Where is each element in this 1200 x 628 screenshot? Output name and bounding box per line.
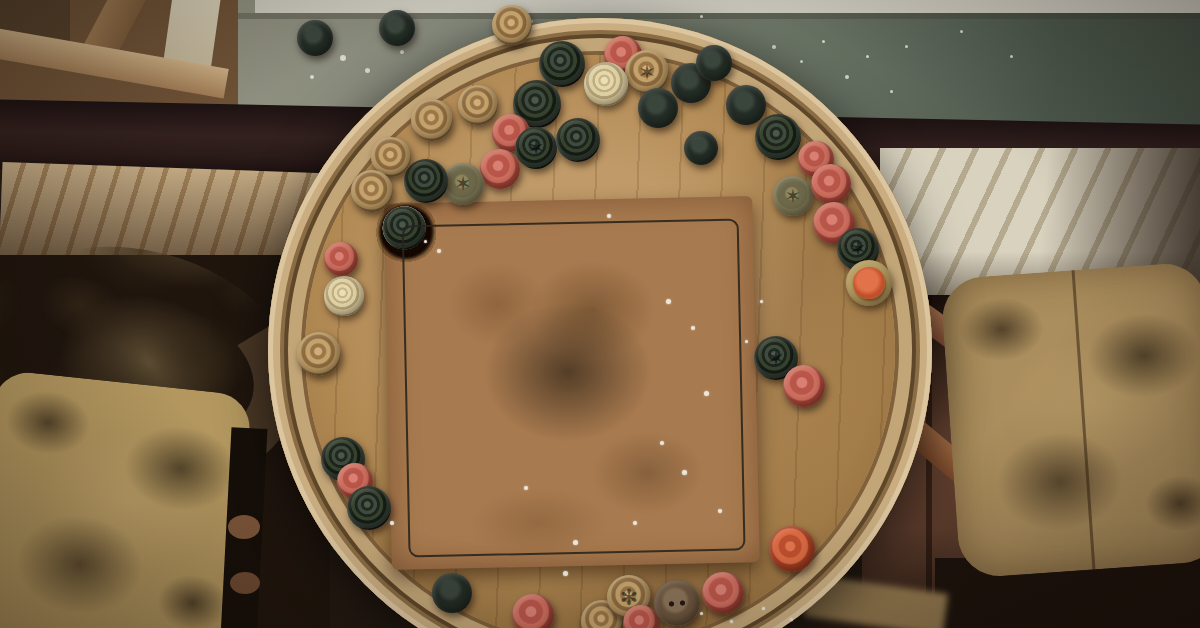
paint-speck [718, 509, 722, 513]
paint-speck [691, 326, 695, 330]
paint-speck [700, 612, 703, 615]
paint-speck [666, 299, 671, 304]
paint-speck [563, 571, 568, 576]
paint-speck [704, 391, 709, 396]
scene-checkers-photo: ✶✶✶✶✶✶✻ [0, 0, 1200, 628]
paint-speck [424, 240, 427, 243]
paint-speck [745, 340, 748, 343]
paint-speck [660, 441, 664, 445]
paint-speck [633, 521, 637, 525]
paint-speck [760, 300, 763, 303]
paint-speck [607, 214, 611, 218]
paint-speck [730, 620, 733, 623]
paint-speck [573, 540, 578, 545]
paint-speck [390, 521, 394, 525]
paint-speckles-layer [0, 0, 1200, 628]
paint-speck [524, 486, 528, 490]
paint-speck [682, 470, 687, 475]
paint-speck [762, 607, 765, 610]
paint-speck [437, 249, 441, 253]
paint-speck [790, 618, 793, 621]
